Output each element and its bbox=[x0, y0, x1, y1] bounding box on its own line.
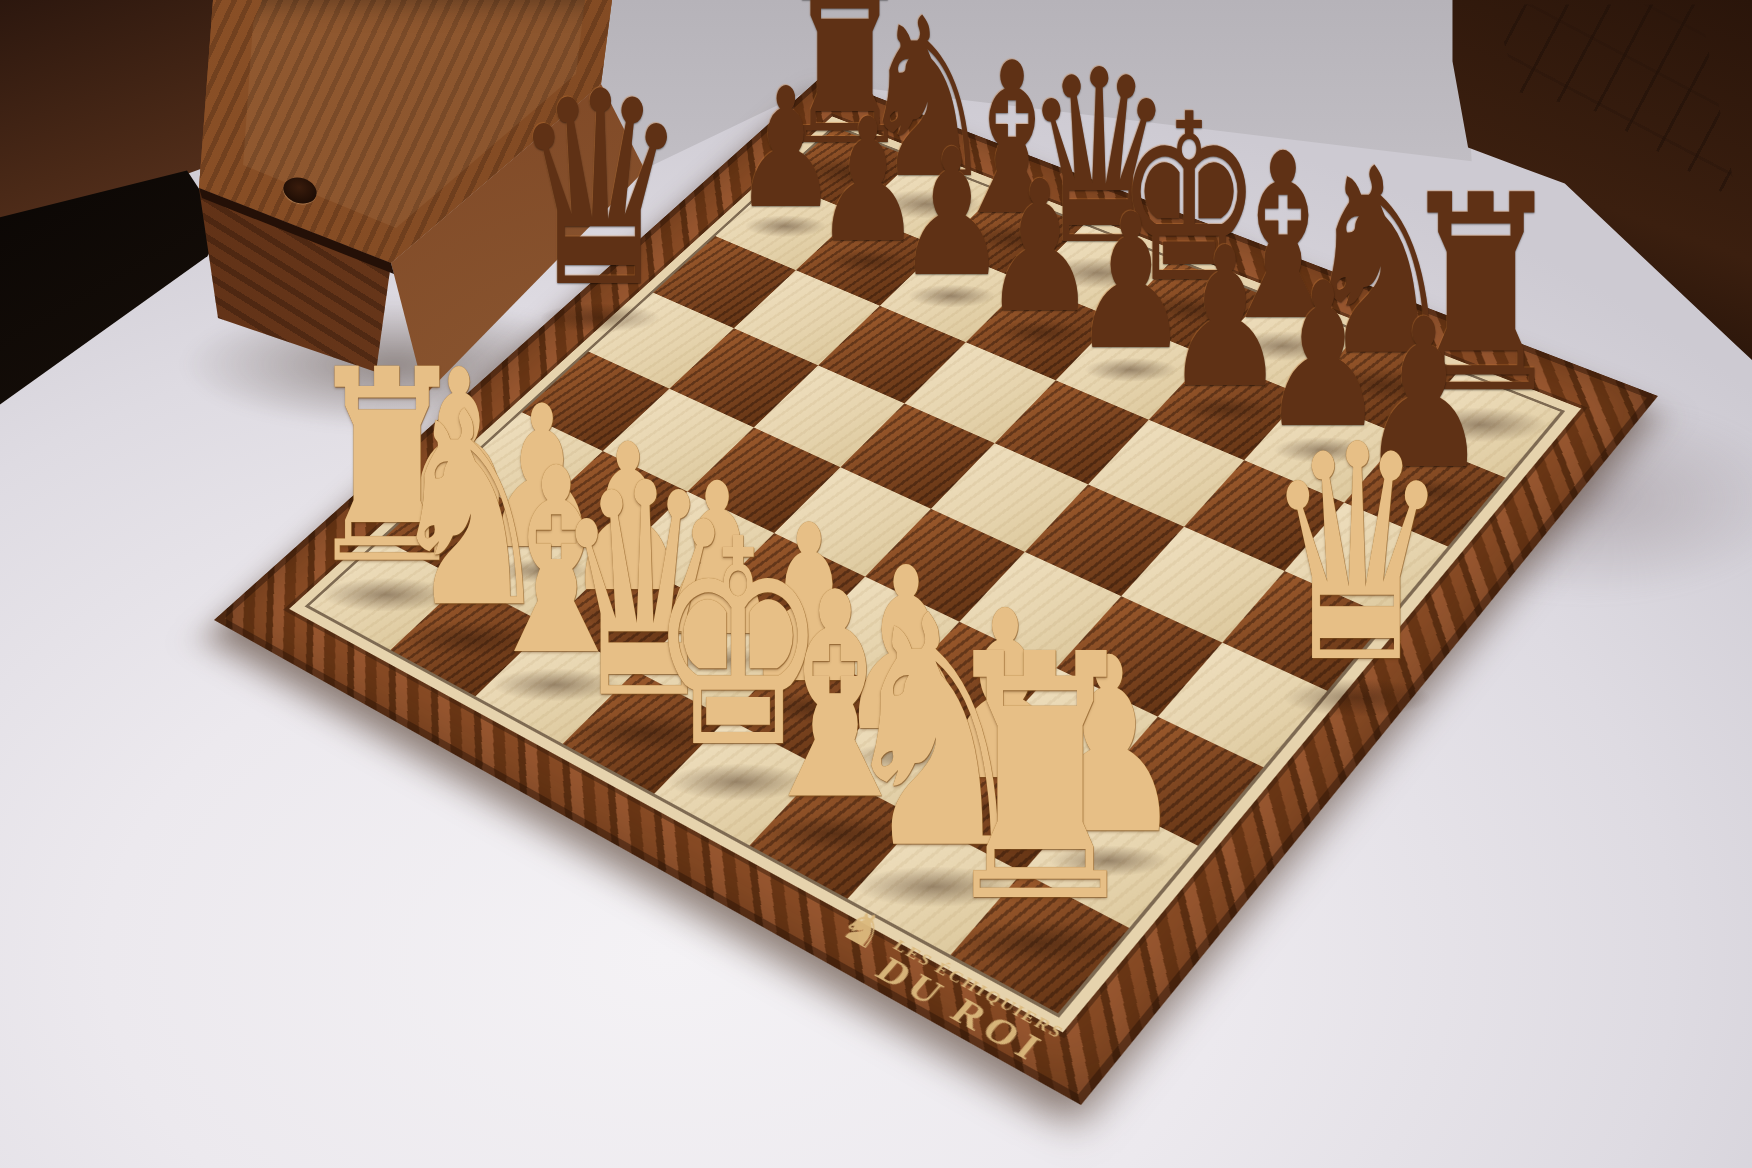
scene: ♞ LES ÉCHIQUIERS DU ROI ♜♞♝♛♚♝♞♜♟♟♟♟♟♟♟♟… bbox=[0, 0, 1752, 1168]
